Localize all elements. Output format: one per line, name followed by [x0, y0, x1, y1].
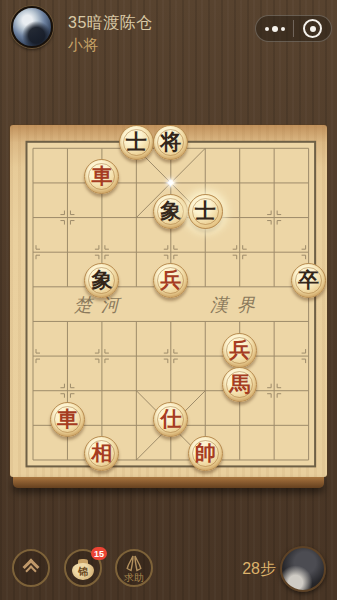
- help-label: 求助: [117, 571, 151, 585]
- last-move-sparkle: ✦✦: [160, 172, 182, 194]
- app-screen: 35暗渡陈仓 小将 楚河 漢界 士将車象士象兵卒兵馬車仕相帥✦✦ 锦: [0, 0, 337, 600]
- more-button[interactable]: [256, 16, 293, 41]
- level-title: 35暗渡陈仓: [68, 13, 153, 34]
- xiangqi-board[interactable]: 楚河 漢界 士将車象士象兵卒兵馬車仕相帥✦✦: [10, 125, 327, 477]
- piece-red-general[interactable]: 帥: [188, 436, 223, 471]
- opponent-avatar[interactable]: [280, 546, 326, 592]
- step-counter: 28步: [228, 559, 276, 580]
- expand-button[interactable]: [12, 549, 50, 587]
- board-bottom-edge: [13, 477, 324, 488]
- player-avatar[interactable]: [11, 6, 53, 48]
- three-dots-icon: [265, 26, 285, 32]
- ask-help-button[interactable]: 求助: [115, 549, 153, 587]
- miniprogram-capsule: [255, 15, 332, 42]
- target-circle-icon: [303, 19, 322, 38]
- piece-red-advisor[interactable]: 仕: [153, 402, 188, 437]
- piece-black-advisor[interactable]: 士: [188, 194, 223, 229]
- hint-bag-button[interactable]: 锦 15: [64, 549, 102, 587]
- chevron-up-icon: [22, 561, 40, 575]
- exit-button[interactable]: [294, 16, 331, 41]
- money-bag-icon: 锦: [72, 559, 94, 580]
- bag-count-badge: 15: [91, 547, 107, 560]
- piece-red-pawn[interactable]: 兵: [222, 333, 257, 368]
- piece-black-advisor[interactable]: 士: [119, 125, 154, 160]
- piece-black-general[interactable]: 将: [153, 125, 188, 160]
- bag-label: 锦: [72, 563, 94, 580]
- piece-red-chariot[interactable]: 車: [50, 402, 85, 437]
- rank-label: 小将: [68, 36, 98, 55]
- river-label-right: 漢界: [210, 295, 264, 315]
